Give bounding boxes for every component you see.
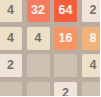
tile-4-r2c2: 4 <box>27 27 50 50</box>
tile-8-r2c4: 8 <box>82 27 101 50</box>
tile-4-r3c4: 4 <box>82 54 101 77</box>
empty-cell-r3c2 <box>27 54 50 77</box>
tile-4-r2c1: 4 <box>0 27 22 50</box>
empty-cell-r4c4 <box>82 82 101 97</box>
tile-2-r1c4: 2 <box>82 0 101 22</box>
tile-4-r1c1: 4 <box>0 0 22 22</box>
tile-64-r1c3: 64 <box>54 0 77 22</box>
empty-cell-r4c1 <box>0 82 22 97</box>
game-2048-viewport: 43264244168242 <box>0 0 100 96</box>
game-2048-board[interactable]: 43264244168242 <box>0 0 100 96</box>
tile-16-r2c3: 16 <box>54 27 77 50</box>
tile-32-r1c2: 32 <box>27 0 50 22</box>
tile-2-r4c3: 2 <box>54 82 77 97</box>
empty-cell-r3c3 <box>54 54 77 77</box>
empty-cell-r4c2 <box>27 82 50 97</box>
tile-2-r3c1: 2 <box>0 54 22 77</box>
